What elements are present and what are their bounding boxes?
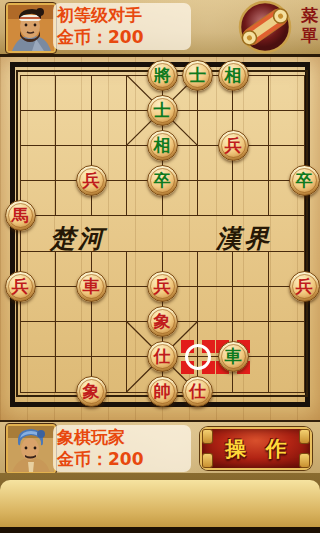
piece-black[interactable]: 相: [218, 60, 249, 91]
player-avatar-icon: [8, 426, 54, 472]
opponent-avatar-icon: [8, 5, 54, 51]
menu-button[interactable]: 菜 單: [236, 0, 320, 54]
footer: [0, 473, 320, 533]
player-bar: 象棋玩家 金币：200 操 作: [0, 420, 320, 473]
piece-red[interactable]: 兵: [76, 165, 107, 196]
opponent-coins: 金币：200: [57, 26, 187, 48]
piece-red[interactable]: 象: [147, 306, 178, 337]
footer-panel: [0, 480, 320, 527]
piece-red[interactable]: 車: [76, 271, 107, 302]
piece-black[interactable]: 士: [147, 95, 178, 126]
piece-red[interactable]: 兵: [5, 271, 36, 302]
player-avatar: [6, 424, 56, 474]
pieces-layer: 將士相士相兵兵卒卒馬兵車兵兵象仕車象帥仕: [20, 75, 305, 393]
player-coins: 金币：200: [57, 448, 187, 470]
board-area: 楚河 漢界 將士相士相兵兵卒卒馬兵車兵兵象仕車象帥仕: [0, 57, 320, 420]
button-ornament: [203, 454, 212, 467]
action-button[interactable]: 操 作: [200, 427, 312, 470]
menu-label: 菜 單: [301, 5, 318, 45]
button-ornament: [203, 430, 212, 443]
opponent-avatar: [6, 3, 56, 53]
piece-red[interactable]: 馬: [5, 200, 36, 231]
piece-black[interactable]: 相: [147, 130, 178, 161]
opponent-info-panel: 初等级对手 金币：200: [53, 3, 191, 50]
piece-black[interactable]: 將: [147, 60, 178, 91]
piece-black[interactable]: 卒: [147, 165, 178, 196]
piece-red[interactable]: 兵: [218, 130, 249, 161]
action-button-label: 操 作: [225, 435, 292, 463]
piece-black[interactable]: 卒: [289, 165, 320, 196]
button-ornament: [300, 430, 309, 443]
piece-black[interactable]: 車: [218, 341, 249, 372]
last-move-marker: [181, 340, 215, 374]
app-screen: 初等级对手 金币：200: [0, 0, 320, 533]
footer-strip: [0, 527, 320, 533]
menu-scroll-icon: [236, 0, 296, 54]
piece-red[interactable]: 兵: [147, 271, 178, 302]
player-name: 象棋玩家: [57, 427, 187, 448]
player-info-panel: 象棋玩家 金币：200: [53, 425, 191, 472]
piece-black[interactable]: 士: [182, 60, 213, 91]
piece-red[interactable]: 仕: [147, 341, 178, 372]
piece-red[interactable]: 仕: [182, 376, 213, 407]
piece-red[interactable]: 象: [76, 376, 107, 407]
button-ornament: [300, 454, 309, 467]
opponent-name: 初等级对手: [57, 5, 187, 26]
opponent-bar: 初等级对手 金币：200: [0, 0, 320, 57]
piece-red[interactable]: 兵: [289, 271, 320, 302]
piece-red[interactable]: 帥: [147, 376, 178, 407]
